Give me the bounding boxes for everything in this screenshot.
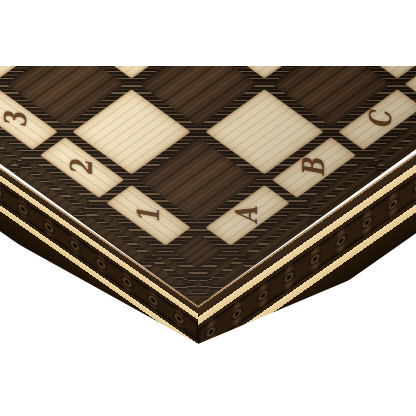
rank-label: 1 <box>131 208 166 223</box>
file-label: A <box>230 207 265 224</box>
file-label: B <box>296 158 331 176</box>
frame-corner <box>173 233 224 270</box>
rank-label: 3 <box>0 112 33 127</box>
photo-crop: CBA321 <box>0 66 416 416</box>
rank-label: 2 <box>65 160 100 175</box>
file-label: C <box>363 111 398 128</box>
product-photo: CBA321 <box>0 0 416 416</box>
